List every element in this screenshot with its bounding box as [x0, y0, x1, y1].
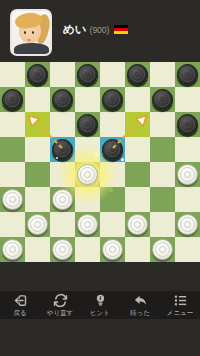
checker-piece-white[interactable]: [2, 189, 23, 210]
board-square[interactable]: [0, 112, 25, 137]
board-square[interactable]: [25, 162, 50, 187]
board-square[interactable]: [100, 212, 125, 237]
opponent-name: めい: [63, 22, 87, 37]
checker-piece-dark[interactable]: [102, 139, 123, 160]
board-square[interactable]: [0, 237, 25, 262]
checker-piece-white[interactable]: [102, 239, 123, 260]
board-square[interactable]: [150, 62, 175, 87]
board-square[interactable]: [75, 162, 100, 187]
checker-piece-white[interactable]: [177, 214, 198, 235]
board-square[interactable]: [25, 212, 50, 237]
board-square[interactable]: [0, 137, 25, 162]
board-square[interactable]: [50, 62, 75, 87]
hint-label: ヒント: [90, 309, 110, 318]
board-square[interactable]: [150, 112, 175, 137]
board-square[interactable]: [125, 87, 150, 112]
takeback-button[interactable]: 待った: [120, 293, 160, 318]
board-square[interactable]: [175, 187, 200, 212]
checker-piece-dark[interactable]: [52, 139, 73, 160]
board-square[interactable]: [100, 187, 125, 212]
checker-piece-dark[interactable]: [177, 64, 198, 85]
checker-piece-white[interactable]: [77, 164, 98, 185]
checker-piece-white[interactable]: [127, 214, 148, 235]
menu-list-icon: [173, 293, 188, 308]
board-square[interactable]: [100, 62, 125, 87]
board-square[interactable]: [100, 237, 125, 262]
board-square[interactable]: [0, 162, 25, 187]
board-square[interactable]: [125, 62, 150, 87]
opponent-name-row: めい (900): [63, 22, 128, 37]
board-square[interactable]: [25, 87, 50, 112]
board-square[interactable]: [175, 212, 200, 237]
board-square[interactable]: [150, 87, 175, 112]
checker-piece-dark[interactable]: [152, 89, 173, 110]
board-square[interactable]: [125, 237, 150, 262]
checker-piece-dark[interactable]: [52, 89, 73, 110]
avatar-eye: [32, 31, 34, 34]
avatar-eye: [24, 31, 26, 34]
board-square[interactable]: [25, 237, 50, 262]
board-square[interactable]: [125, 162, 150, 187]
avatar-mouth: [27, 39, 31, 41]
board-square[interactable]: [125, 112, 150, 137]
board-square[interactable]: [50, 112, 75, 137]
redo-icon: [53, 293, 68, 308]
checker-piece-dark[interactable]: [2, 89, 23, 110]
board-square[interactable]: [125, 137, 150, 162]
board-square[interactable]: [100, 162, 125, 187]
checker-piece-dark[interactable]: [77, 64, 98, 85]
board-square[interactable]: [150, 237, 175, 262]
avatar-body: [14, 43, 49, 56]
board-square[interactable]: [75, 62, 100, 87]
board-square[interactable]: [0, 87, 25, 112]
checker-piece-white[interactable]: [77, 214, 98, 235]
board-square[interactable]: [75, 212, 100, 237]
board-square[interactable]: [0, 212, 25, 237]
board-square[interactable]: [50, 137, 75, 162]
board-square[interactable]: [75, 237, 100, 262]
board-square[interactable]: [175, 162, 200, 187]
menu-label: メニュー: [167, 309, 193, 318]
checker-piece-dark[interactable]: [27, 64, 48, 85]
checker-piece-white[interactable]: [52, 189, 73, 210]
board-square[interactable]: [50, 237, 75, 262]
board-square[interactable]: [175, 112, 200, 137]
checker-piece-dark[interactable]: [102, 89, 123, 110]
back-icon: [13, 293, 28, 308]
toolbar: 戻る やり直す: [0, 291, 200, 319]
board[interactable]: [0, 62, 200, 262]
hint-bulb-icon: [93, 293, 108, 308]
back-button[interactable]: 戻る: [0, 293, 40, 318]
menu-button[interactable]: メニュー: [160, 293, 200, 318]
checker-piece-dark[interactable]: [77, 114, 98, 135]
checker-piece-white[interactable]: [52, 239, 73, 260]
board-square[interactable]: [25, 112, 50, 137]
board-square[interactable]: [150, 187, 175, 212]
board-square[interactable]: [75, 112, 100, 137]
board-square[interactable]: [100, 87, 125, 112]
germany-flag-icon: [114, 25, 128, 35]
board-square[interactable]: [75, 187, 100, 212]
opponent-rating: (900): [90, 25, 110, 35]
board-square[interactable]: [100, 112, 125, 137]
footer: 戻る やり直す: [0, 262, 200, 356]
checker-piece-white[interactable]: [177, 164, 198, 185]
board-square[interactable]: [175, 137, 200, 162]
checker-piece-white[interactable]: [27, 214, 48, 235]
checker-piece-dark[interactable]: [127, 64, 148, 85]
board-square[interactable]: [175, 87, 200, 112]
board-square[interactable]: [150, 137, 175, 162]
checker-piece-white[interactable]: [152, 239, 173, 260]
board-square[interactable]: [150, 212, 175, 237]
board-square[interactable]: [25, 187, 50, 212]
takeback-arrow-icon: [133, 293, 148, 308]
takeback-label: 待った: [130, 309, 150, 318]
board-square[interactable]: [175, 62, 200, 87]
board-square[interactable]: [25, 137, 50, 162]
board-square[interactable]: [150, 162, 175, 187]
back-label: 戻る: [13, 309, 26, 318]
hint-button[interactable]: ヒント: [80, 293, 120, 318]
redo-button[interactable]: やり直す: [40, 293, 80, 318]
board-square[interactable]: [75, 137, 100, 162]
opponent-avatar: [10, 9, 52, 56]
board-square[interactable]: [50, 87, 75, 112]
checker-piece-dark[interactable]: [177, 114, 198, 135]
board-square[interactable]: [175, 237, 200, 262]
board-square[interactable]: [125, 187, 150, 212]
redo-label: やり直す: [47, 309, 73, 318]
board-square[interactable]: [125, 212, 150, 237]
board-square[interactable]: [50, 162, 75, 187]
board-square[interactable]: [75, 87, 100, 112]
board-square[interactable]: [50, 187, 75, 212]
board-square[interactable]: [0, 62, 25, 87]
board-square[interactable]: [50, 212, 75, 237]
opponent-header: めい (900): [0, 0, 200, 62]
board-square[interactable]: [0, 187, 25, 212]
board-square[interactable]: [100, 137, 125, 162]
checkers-app: めい (900) ✦ 戻る: [0, 0, 200, 356]
checker-piece-white[interactable]: [2, 239, 23, 260]
board-square[interactable]: [25, 62, 50, 87]
